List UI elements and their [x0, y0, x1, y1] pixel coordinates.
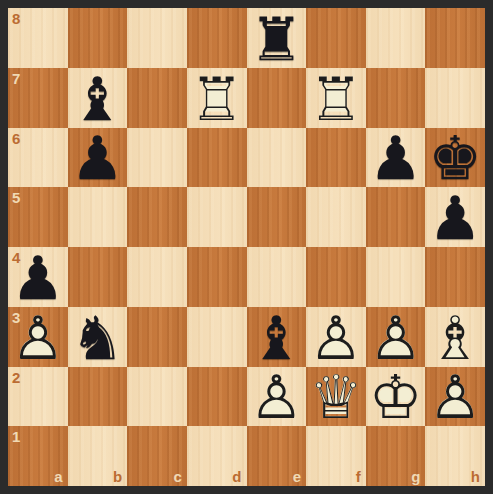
- square-g3[interactable]: ♟♙: [366, 307, 426, 367]
- square-b4[interactable]: [68, 247, 128, 307]
- white-queen-outline-icon: ♕: [306, 368, 366, 428]
- piece-black-pawn[interactable]: ♟: [425, 187, 485, 247]
- square-h6[interactable]: ♚: [425, 128, 485, 188]
- piece-white-rook[interactable]: ♜♖: [306, 68, 366, 128]
- white-pawn-outline-icon: ♙: [425, 368, 485, 428]
- piece-white-pawn[interactable]: ♟♙: [306, 307, 366, 367]
- rank-label-1: 1: [12, 429, 20, 444]
- piece-white-pawn[interactable]: ♟♙: [425, 367, 485, 427]
- square-h3[interactable]: ♝♗: [425, 307, 485, 367]
- square-d3[interactable]: [187, 307, 247, 367]
- square-f5[interactable]: [306, 187, 366, 247]
- square-b5[interactable]: [68, 187, 128, 247]
- square-g8[interactable]: [366, 8, 426, 68]
- square-c8[interactable]: [127, 8, 187, 68]
- square-a1[interactable]: 1a: [8, 426, 68, 486]
- rank-label-8: 8: [12, 11, 20, 26]
- square-c2[interactable]: [127, 367, 187, 427]
- square-c3[interactable]: [127, 307, 187, 367]
- square-a8[interactable]: 8: [8, 8, 68, 68]
- white-pawn-outline-icon: ♙: [247, 368, 307, 428]
- black-king-icon: ♚: [425, 129, 485, 189]
- rank-label-6: 6: [12, 131, 20, 146]
- square-f2[interactable]: ♛♕: [306, 367, 366, 427]
- square-f6[interactable]: [306, 128, 366, 188]
- square-d1[interactable]: d: [187, 426, 247, 486]
- rank-label-5: 5: [12, 190, 20, 205]
- square-e6[interactable]: [247, 128, 307, 188]
- board-frame: 8♜7♝♜♖♜♖6♟♟♚5♟4♟3♟♙♞♝♟♙♟♙♝♗2♟♙♛♕♚♔♟♙1abc…: [0, 0, 493, 494]
- square-a6[interactable]: 6: [8, 128, 68, 188]
- square-f1[interactable]: f: [306, 426, 366, 486]
- square-c6[interactable]: [127, 128, 187, 188]
- file-label-a: a: [54, 469, 62, 484]
- square-g2[interactable]: ♚♔: [366, 367, 426, 427]
- square-b6[interactable]: ♟: [68, 128, 128, 188]
- square-h1[interactable]: h: [425, 426, 485, 486]
- square-b2[interactable]: [68, 367, 128, 427]
- piece-white-pawn[interactable]: ♟♙: [247, 367, 307, 427]
- square-a4[interactable]: 4♟: [8, 247, 68, 307]
- file-label-f: f: [356, 469, 361, 484]
- white-pawn-outline-icon: ♙: [366, 308, 426, 368]
- rank-label-7: 7: [12, 71, 20, 86]
- piece-white-pawn[interactable]: ♟♙: [366, 307, 426, 367]
- square-e5[interactable]: [247, 187, 307, 247]
- square-h4[interactable]: [425, 247, 485, 307]
- square-b7[interactable]: ♝: [68, 68, 128, 128]
- white-bishop-outline-icon: ♗: [425, 308, 485, 368]
- black-pawn-icon: ♟: [425, 188, 485, 248]
- file-label-h: h: [471, 469, 480, 484]
- square-e8[interactable]: ♜: [247, 8, 307, 68]
- black-bishop-icon: ♝: [247, 308, 307, 368]
- square-b1[interactable]: b: [68, 426, 128, 486]
- square-a5[interactable]: 5: [8, 187, 68, 247]
- piece-white-rook[interactable]: ♜♖: [187, 68, 247, 128]
- white-pawn-outline-icon: ♙: [8, 308, 68, 368]
- file-label-b: b: [113, 469, 122, 484]
- chess-board: 8♜7♝♜♖♜♖6♟♟♚5♟4♟3♟♙♞♝♟♙♟♙♝♗2♟♙♛♕♚♔♟♙1abc…: [8, 8, 485, 486]
- white-rook-outline-icon: ♖: [306, 69, 366, 129]
- square-f8[interactable]: [306, 8, 366, 68]
- square-a7[interactable]: 7: [8, 68, 68, 128]
- file-label-g: g: [411, 469, 420, 484]
- black-pawn-icon: ♟: [68, 129, 128, 189]
- file-label-d: d: [232, 469, 241, 484]
- piece-black-rook[interactable]: ♜: [247, 8, 307, 68]
- black-pawn-icon: ♟: [366, 129, 426, 189]
- rank-label-2: 2: [12, 370, 20, 385]
- piece-black-pawn[interactable]: ♟: [68, 128, 128, 188]
- file-label-c: c: [174, 469, 182, 484]
- square-a2[interactable]: 2: [8, 367, 68, 427]
- square-e1[interactable]: e: [247, 426, 307, 486]
- black-knight-icon: ♞: [68, 308, 128, 368]
- square-d6[interactable]: [187, 128, 247, 188]
- square-g1[interactable]: g: [366, 426, 426, 486]
- square-g4[interactable]: [366, 247, 426, 307]
- white-pawn-outline-icon: ♙: [306, 308, 366, 368]
- piece-white-king[interactable]: ♚♔: [366, 367, 426, 427]
- file-label-e: e: [293, 469, 301, 484]
- square-f7[interactable]: ♜♖: [306, 68, 366, 128]
- piece-black-pawn[interactable]: ♟: [366, 128, 426, 188]
- piece-white-pawn[interactable]: ♟♙: [8, 307, 68, 367]
- square-b8[interactable]: [68, 8, 128, 68]
- black-bishop-icon: ♝: [68, 69, 128, 129]
- piece-black-bishop[interactable]: ♝: [247, 307, 307, 367]
- square-g7[interactable]: [366, 68, 426, 128]
- piece-black-pawn[interactable]: ♟: [8, 247, 68, 307]
- black-pawn-icon: ♟: [8, 248, 68, 308]
- square-c5[interactable]: [127, 187, 187, 247]
- square-d8[interactable]: [187, 8, 247, 68]
- square-h5[interactable]: ♟: [425, 187, 485, 247]
- square-f3[interactable]: ♟♙: [306, 307, 366, 367]
- square-c7[interactable]: [127, 68, 187, 128]
- piece-black-king[interactable]: ♚: [425, 128, 485, 188]
- square-h8[interactable]: [425, 8, 485, 68]
- square-h7[interactable]: [425, 68, 485, 128]
- square-d2[interactable]: [187, 367, 247, 427]
- square-d5[interactable]: [187, 187, 247, 247]
- piece-white-queen[interactable]: ♛♕: [306, 367, 366, 427]
- square-d4[interactable]: [187, 247, 247, 307]
- square-c1[interactable]: c: [127, 426, 187, 486]
- square-g5[interactable]: [366, 187, 426, 247]
- white-rook-outline-icon: ♖: [187, 69, 247, 129]
- square-f4[interactable]: [306, 247, 366, 307]
- square-b3[interactable]: ♞: [68, 307, 128, 367]
- square-g6[interactable]: ♟: [366, 128, 426, 188]
- square-a3[interactable]: 3♟♙: [8, 307, 68, 367]
- square-e4[interactable]: [247, 247, 307, 307]
- square-h2[interactable]: ♟♙: [425, 367, 485, 427]
- piece-black-bishop[interactable]: ♝: [68, 68, 128, 128]
- piece-black-knight[interactable]: ♞: [68, 307, 128, 367]
- square-e2[interactable]: ♟♙: [247, 367, 307, 427]
- white-king-outline-icon: ♔: [366, 368, 426, 428]
- black-rook-icon: ♜: [247, 9, 307, 69]
- square-e7[interactable]: [247, 68, 307, 128]
- square-d7[interactable]: ♜♖: [187, 68, 247, 128]
- square-c4[interactable]: [127, 247, 187, 307]
- square-e3[interactable]: ♝: [247, 307, 307, 367]
- piece-white-bishop[interactable]: ♝♗: [425, 307, 485, 367]
